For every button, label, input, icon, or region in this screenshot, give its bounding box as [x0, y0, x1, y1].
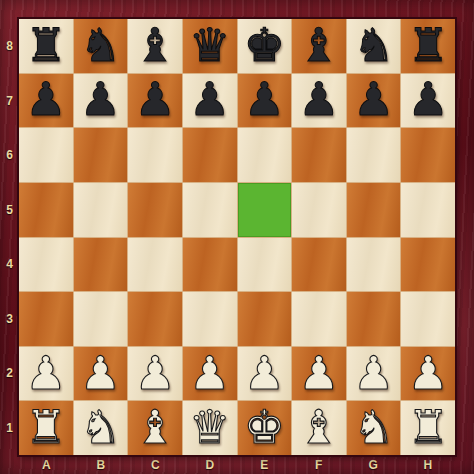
rank-label-4: 4 [0, 237, 19, 292]
square-g5[interactable] [347, 183, 401, 237]
square-f8[interactable]: ♝ [292, 19, 346, 73]
rank-label-7: 7 [0, 74, 19, 129]
square-e5[interactable] [238, 183, 292, 237]
piece-black-pawn[interactable]: ♟ [189, 76, 230, 122]
square-g6[interactable] [347, 128, 401, 182]
square-g7[interactable]: ♟ [347, 74, 401, 128]
square-d4[interactable] [183, 238, 237, 292]
square-a4[interactable] [19, 238, 73, 292]
square-a6[interactable] [19, 128, 73, 182]
piece-black-queen[interactable]: ♛ [189, 22, 230, 68]
piece-black-bishop[interactable]: ♝ [134, 22, 175, 68]
piece-white-pawn[interactable]: ♟ [134, 350, 175, 396]
rank-label-8: 8 [0, 19, 19, 74]
square-h6[interactable] [401, 128, 455, 182]
square-b4[interactable] [74, 238, 128, 292]
rank-label-1: 1 [0, 401, 19, 456]
square-c5[interactable] [128, 183, 182, 237]
rank-labels: 87654321 [0, 19, 19, 455]
file-label-h: H [401, 455, 456, 474]
square-a1[interactable]: ♜ [19, 401, 73, 455]
square-b3[interactable] [74, 292, 128, 346]
piece-black-knight[interactable]: ♞ [353, 22, 394, 68]
square-c1[interactable]: ♝ [128, 401, 182, 455]
square-d2[interactable]: ♟ [183, 347, 237, 401]
square-f2[interactable]: ♟ [292, 347, 346, 401]
square-h7[interactable]: ♟ [401, 74, 455, 128]
square-e3[interactable] [238, 292, 292, 346]
board: ♜♞♝♛♚♝♞♜♟♟♟♟♟♟♟♟♟♟♟♟♟♟♟♟♜♞♝♛♚♝♞♜ [19, 19, 455, 455]
file-label-e: E [237, 455, 292, 474]
square-a3[interactable] [19, 292, 73, 346]
rank-label-5: 5 [0, 183, 19, 238]
piece-black-pawn[interactable]: ♟ [408, 76, 449, 122]
piece-black-rook[interactable]: ♜ [25, 22, 66, 68]
piece-white-queen[interactable]: ♛ [189, 404, 230, 450]
square-g4[interactable] [347, 238, 401, 292]
square-b2[interactable]: ♟ [74, 347, 128, 401]
square-f4[interactable] [292, 238, 346, 292]
rank-label-3: 3 [0, 292, 19, 347]
piece-white-pawn[interactable]: ♟ [353, 350, 394, 396]
square-d8[interactable]: ♛ [183, 19, 237, 73]
piece-white-pawn[interactable]: ♟ [298, 350, 339, 396]
square-e2[interactable]: ♟ [238, 347, 292, 401]
square-c4[interactable] [128, 238, 182, 292]
piece-black-pawn[interactable]: ♟ [80, 76, 121, 122]
square-g3[interactable] [347, 292, 401, 346]
board-frame: 87654321 ABCDEFGH ♜♞♝♛♚♝♞♜♟♟♟♟♟♟♟♟♟♟♟♟♟♟… [0, 0, 474, 474]
square-e6[interactable] [238, 128, 292, 182]
file-labels: ABCDEFGH [19, 455, 455, 474]
piece-black-bishop[interactable]: ♝ [298, 22, 339, 68]
piece-black-pawn[interactable]: ♟ [244, 76, 285, 122]
square-g1[interactable]: ♞ [347, 401, 401, 455]
square-h4[interactable] [401, 238, 455, 292]
square-h5[interactable] [401, 183, 455, 237]
piece-white-bishop[interactable]: ♝ [298, 404, 339, 450]
file-label-c: C [128, 455, 183, 474]
square-f6[interactable] [292, 128, 346, 182]
piece-white-bishop[interactable]: ♝ [134, 404, 175, 450]
square-b7[interactable]: ♟ [74, 74, 128, 128]
piece-white-pawn[interactable]: ♟ [189, 350, 230, 396]
square-e1[interactable]: ♚ [238, 401, 292, 455]
square-c8[interactable]: ♝ [128, 19, 182, 73]
piece-black-knight[interactable]: ♞ [80, 22, 121, 68]
square-c6[interactable] [128, 128, 182, 182]
piece-white-pawn[interactable]: ♟ [244, 350, 285, 396]
square-f3[interactable] [292, 292, 346, 346]
square-d3[interactable] [183, 292, 237, 346]
square-e7[interactable]: ♟ [238, 74, 292, 128]
square-h3[interactable] [401, 292, 455, 346]
piece-white-pawn[interactable]: ♟ [25, 350, 66, 396]
square-a7[interactable]: ♟ [19, 74, 73, 128]
file-label-f: F [292, 455, 347, 474]
piece-white-knight[interactable]: ♞ [80, 404, 121, 450]
piece-black-pawn[interactable]: ♟ [353, 76, 394, 122]
file-label-b: B [74, 455, 129, 474]
file-label-d: D [183, 455, 238, 474]
square-b6[interactable] [74, 128, 128, 182]
square-b5[interactable] [74, 183, 128, 237]
square-f5[interactable] [292, 183, 346, 237]
piece-white-king[interactable]: ♚ [244, 404, 285, 450]
square-a2[interactable]: ♟ [19, 347, 73, 401]
square-c2[interactable]: ♟ [128, 347, 182, 401]
square-d6[interactable] [183, 128, 237, 182]
file-label-g: G [346, 455, 401, 474]
piece-white-pawn[interactable]: ♟ [80, 350, 121, 396]
piece-white-rook[interactable]: ♜ [408, 404, 449, 450]
square-h2[interactable]: ♟ [401, 347, 455, 401]
piece-white-pawn[interactable]: ♟ [408, 350, 449, 396]
rank-label-2: 2 [0, 346, 19, 401]
square-b8[interactable]: ♞ [74, 19, 128, 73]
piece-black-pawn[interactable]: ♟ [134, 76, 175, 122]
square-e4[interactable] [238, 238, 292, 292]
square-e8[interactable]: ♚ [238, 19, 292, 73]
square-a8[interactable]: ♜ [19, 19, 73, 73]
piece-black-king[interactable]: ♚ [244, 22, 285, 68]
rank-label-6: 6 [0, 128, 19, 183]
square-h8[interactable]: ♜ [401, 19, 455, 73]
piece-black-rook[interactable]: ♜ [408, 22, 449, 68]
square-b1[interactable]: ♞ [74, 401, 128, 455]
piece-black-pawn[interactable]: ♟ [298, 76, 339, 122]
square-a5[interactable] [19, 183, 73, 237]
square-f1[interactable]: ♝ [292, 401, 346, 455]
file-label-a: A [19, 455, 74, 474]
square-d7[interactable]: ♟ [183, 74, 237, 128]
square-d1[interactable]: ♛ [183, 401, 237, 455]
piece-white-knight[interactable]: ♞ [353, 404, 394, 450]
square-h1[interactable]: ♜ [401, 401, 455, 455]
square-c7[interactable]: ♟ [128, 74, 182, 128]
piece-white-rook[interactable]: ♜ [25, 404, 66, 450]
square-g2[interactable]: ♟ [347, 347, 401, 401]
square-c3[interactable] [128, 292, 182, 346]
square-d5[interactable] [183, 183, 237, 237]
square-f7[interactable]: ♟ [292, 74, 346, 128]
square-g8[interactable]: ♞ [347, 19, 401, 73]
piece-black-pawn[interactable]: ♟ [25, 76, 66, 122]
